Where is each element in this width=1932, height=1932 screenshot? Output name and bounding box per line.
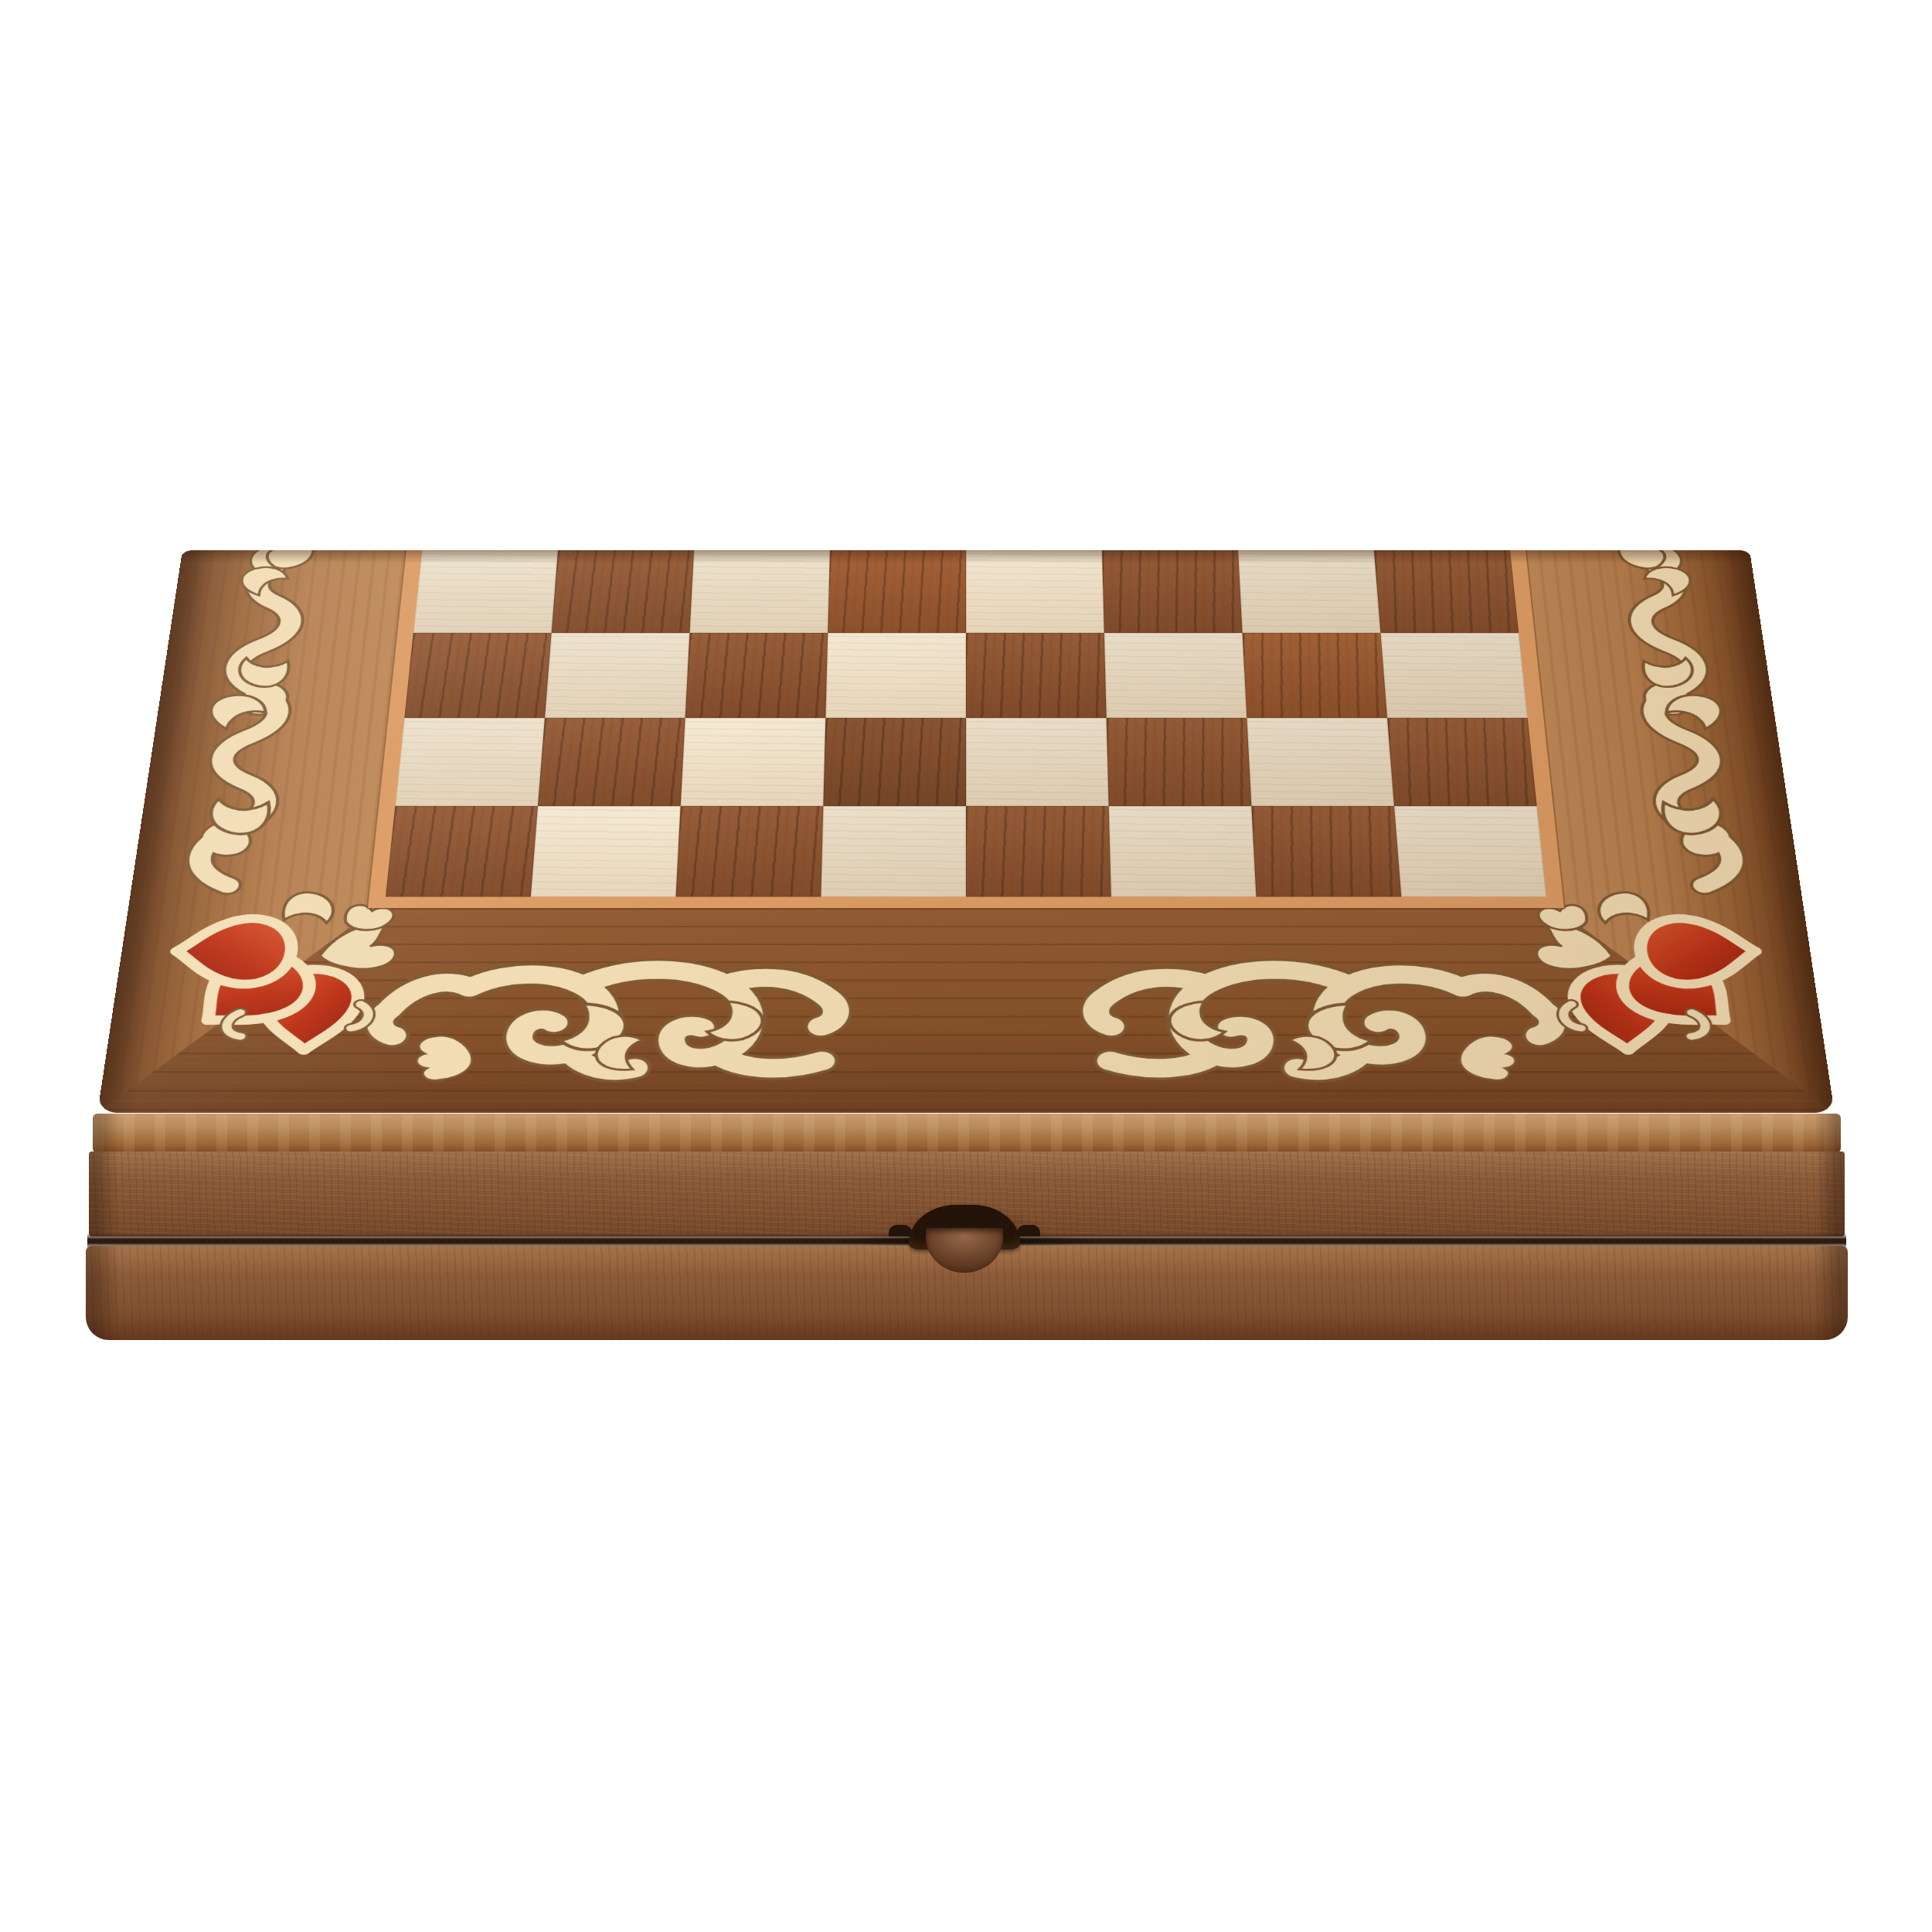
board-square-dark (1102, 550, 1243, 633)
board-square-light (395, 718, 545, 806)
board-square-dark (404, 633, 551, 718)
board-square-light (1238, 550, 1380, 633)
board-square-light (966, 550, 1104, 633)
board-frame-strip (368, 550, 1564, 908)
board-square-light (1394, 806, 1546, 897)
board-square-dark (1387, 718, 1537, 806)
board-square-light (966, 718, 1109, 806)
board-square-light (681, 718, 826, 806)
board-square-light (413, 550, 558, 633)
board-square-dark (386, 806, 538, 897)
board-square-dark (538, 718, 685, 806)
corner-flower-right (1517, 886, 1831, 1087)
latch-clasp (895, 1197, 1034, 1284)
board-square-dark (828, 550, 966, 633)
board-square-dark (685, 633, 828, 718)
board-square-light (1380, 633, 1527, 718)
latch-recess (926, 1228, 1003, 1273)
board-square-light (1109, 806, 1257, 897)
board-square-dark (552, 550, 694, 633)
chessboard-grid (386, 550, 1546, 896)
corner-flower-left (101, 886, 415, 1087)
board-square-dark (823, 718, 966, 806)
board-square-dark (966, 806, 1111, 897)
box-lid-top (97, 550, 1835, 1113)
board-square-light (531, 806, 681, 897)
vine-inlay-front-left (360, 916, 844, 1111)
board-square-light (545, 633, 689, 718)
lid-front-bevel (93, 1114, 1841, 1153)
board-square-dark (1374, 550, 1519, 633)
vine-inlay-front-right (1088, 916, 1572, 1111)
board-square-light (821, 806, 966, 897)
board-square-light (1247, 718, 1394, 806)
board-square-dark (966, 633, 1107, 718)
board-square-light (1104, 633, 1247, 718)
board-square-light (825, 633, 966, 718)
board-square-light (689, 550, 830, 633)
board-square-dark (1107, 718, 1252, 806)
board-square-dark (1243, 633, 1387, 718)
board-square-dark (675, 806, 823, 897)
board-square-dark (1251, 806, 1401, 897)
product-photo-canvas (0, 0, 1932, 1932)
